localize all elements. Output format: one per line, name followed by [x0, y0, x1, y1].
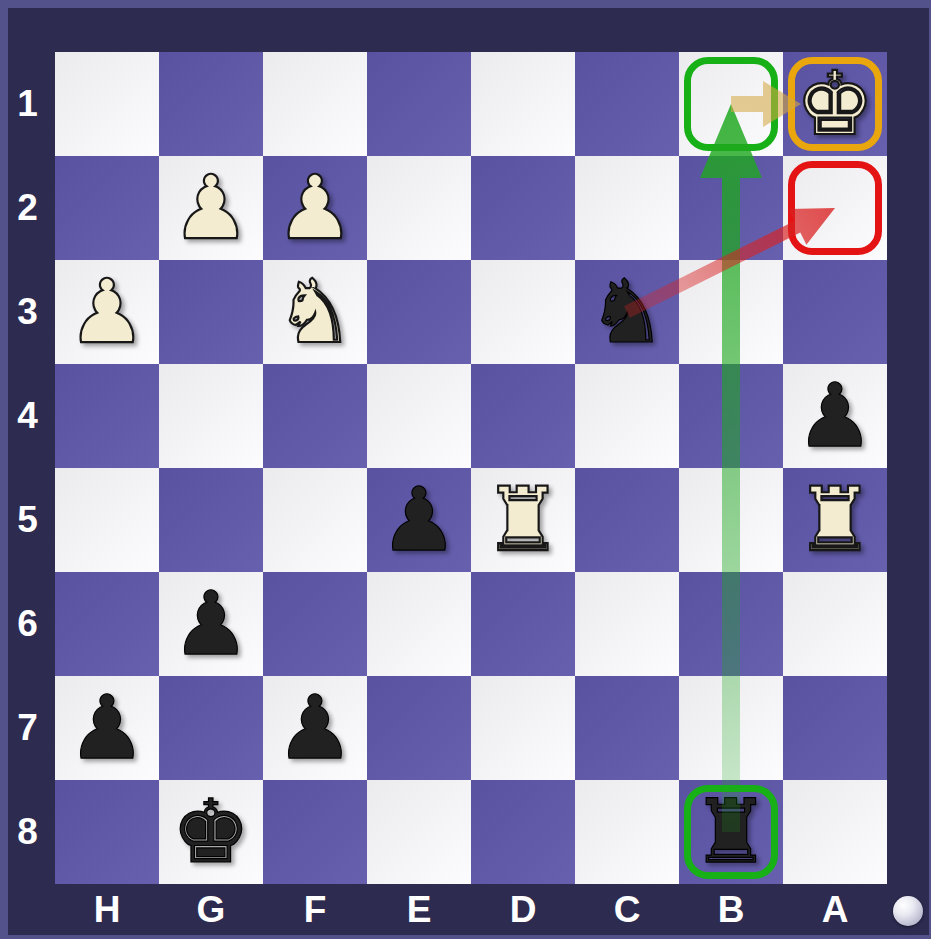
square-a2[interactable]	[783, 156, 887, 260]
file-label-h: H	[55, 884, 159, 935]
rank-label-8: 8	[0, 780, 55, 884]
square-f1[interactable]	[263, 52, 367, 156]
chess-app-window: ♚♟♟♟♞♜♜♞♟♟♟♟♟♚♜ 12345678 HGFEDCBA	[0, 0, 931, 939]
square-e2[interactable]	[367, 156, 471, 260]
square-e6[interactable]	[367, 572, 471, 676]
square-g7[interactable]	[159, 676, 263, 780]
square-h8[interactable]	[55, 780, 159, 884]
square-e1[interactable]	[367, 52, 471, 156]
square-h6[interactable]	[55, 572, 159, 676]
white-rook-d5[interactable]: ♜	[471, 468, 575, 572]
square-d3[interactable]	[471, 260, 575, 364]
square-c4[interactable]	[575, 364, 679, 468]
square-a3[interactable]	[783, 260, 887, 364]
file-label-b: B	[679, 884, 783, 935]
file-label-a: A	[783, 884, 887, 935]
square-f8[interactable]	[263, 780, 367, 884]
file-label-d: D	[471, 884, 575, 935]
square-f6[interactable]	[263, 572, 367, 676]
square-c8[interactable]	[575, 780, 679, 884]
rank-label-3: 3	[0, 260, 55, 364]
square-c5[interactable]	[575, 468, 679, 572]
file-label-g: G	[159, 884, 263, 935]
square-e8[interactable]	[367, 780, 471, 884]
square-b3[interactable]	[679, 260, 783, 364]
square-g5[interactable]	[159, 468, 263, 572]
file-labels: HGFEDCBA	[55, 884, 887, 935]
rank-label-5: 5	[0, 468, 55, 572]
black-rook-b8[interactable]: ♜	[679, 780, 783, 884]
white-knight-f3[interactable]: ♞	[263, 260, 367, 364]
square-h5[interactable]	[55, 468, 159, 572]
white-pawn-h3[interactable]: ♟	[55, 260, 159, 364]
side-to-move-indicator	[893, 896, 923, 926]
square-b1[interactable]	[679, 52, 783, 156]
square-h2[interactable]	[55, 156, 159, 260]
square-e4[interactable]	[367, 364, 471, 468]
rank-labels: 12345678	[0, 52, 55, 884]
black-pawn-h7[interactable]: ♟	[55, 676, 159, 780]
black-pawn-a4[interactable]: ♟	[783, 364, 887, 468]
file-label-e: E	[367, 884, 471, 935]
square-h4[interactable]	[55, 364, 159, 468]
black-knight-c3[interactable]: ♞	[575, 260, 679, 364]
square-c1[interactable]	[575, 52, 679, 156]
square-g4[interactable]	[159, 364, 263, 468]
square-f5[interactable]	[263, 468, 367, 572]
square-b4[interactable]	[679, 364, 783, 468]
square-d7[interactable]	[471, 676, 575, 780]
rank-label-6: 6	[0, 572, 55, 676]
square-d1[interactable]	[471, 52, 575, 156]
black-pawn-e5[interactable]: ♟	[367, 468, 471, 572]
square-b6[interactable]	[679, 572, 783, 676]
rank-label-7: 7	[0, 676, 55, 780]
square-f4[interactable]	[263, 364, 367, 468]
rank-label-1: 1	[0, 52, 55, 156]
square-b7[interactable]	[679, 676, 783, 780]
file-label-f: F	[263, 884, 367, 935]
square-d4[interactable]	[471, 364, 575, 468]
black-pawn-f7[interactable]: ♟	[263, 676, 367, 780]
square-c6[interactable]	[575, 572, 679, 676]
square-a8[interactable]	[783, 780, 887, 884]
black-king-g8[interactable]: ♚	[159, 780, 263, 884]
black-pawn-g6[interactable]: ♟	[159, 572, 263, 676]
white-pawn-g2[interactable]: ♟	[159, 156, 263, 260]
square-c7[interactable]	[575, 676, 679, 780]
square-a6[interactable]	[783, 572, 887, 676]
square-b2[interactable]	[679, 156, 783, 260]
square-d8[interactable]	[471, 780, 575, 884]
square-c2[interactable]	[575, 156, 679, 260]
square-a7[interactable]	[783, 676, 887, 780]
rank-label-2: 2	[0, 156, 55, 260]
square-g1[interactable]	[159, 52, 263, 156]
white-rook-a5[interactable]: ♜	[783, 468, 887, 572]
square-h1[interactable]	[55, 52, 159, 156]
square-g3[interactable]	[159, 260, 263, 364]
rank-label-4: 4	[0, 364, 55, 468]
square-d6[interactable]	[471, 572, 575, 676]
square-e7[interactable]	[367, 676, 471, 780]
square-d2[interactable]	[471, 156, 575, 260]
file-label-c: C	[575, 884, 679, 935]
square-b5[interactable]	[679, 468, 783, 572]
white-king-a1[interactable]: ♚	[783, 52, 887, 156]
white-pawn-f2[interactable]: ♟	[263, 156, 367, 260]
square-e3[interactable]	[367, 260, 471, 364]
